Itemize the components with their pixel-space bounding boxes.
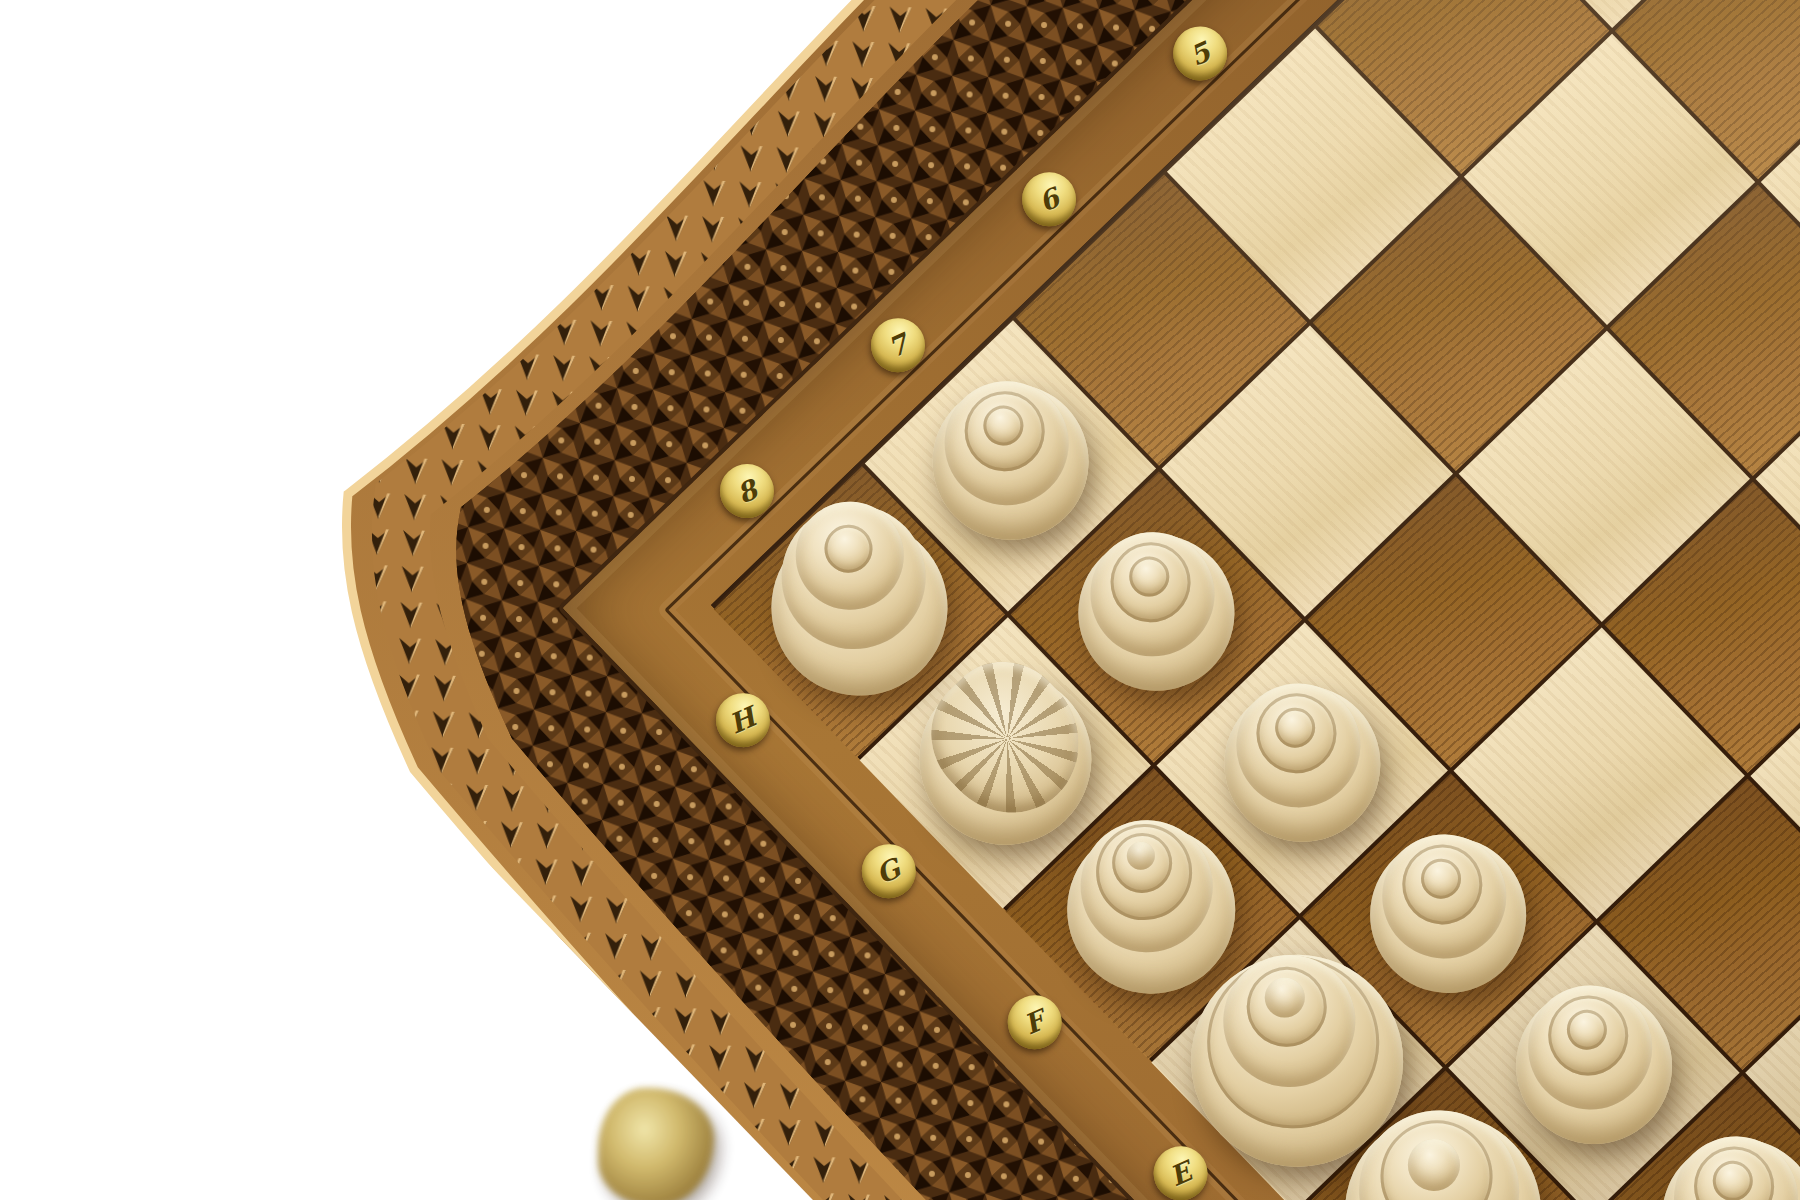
pin-label: G	[873, 854, 905, 888]
pin-label: 5	[1186, 37, 1214, 69]
photo-canvas: { "game": "chess", "scene_description": …	[0, 0, 1800, 1200]
brass-clasp	[598, 1088, 714, 1200]
pin-label: E	[1166, 1157, 1196, 1190]
pin-label: F	[1020, 1006, 1048, 1038]
pin-label: H	[726, 703, 760, 738]
chess-board[interactable]: 5678HGFE	[230, 0, 1800, 1200]
pin-label: 6	[1035, 183, 1063, 215]
pin-label: 7	[884, 329, 912, 361]
pin-label: 8	[733, 475, 761, 507]
